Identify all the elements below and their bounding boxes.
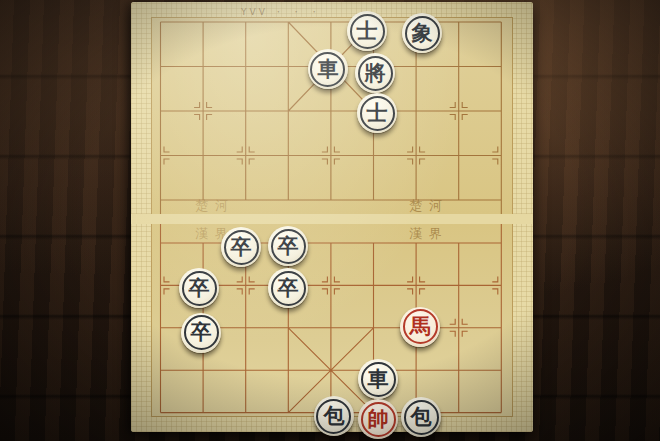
piece-black-士-f0[interactable]: 士 <box>347 11 387 51</box>
piece-black-卒-d5[interactable]: 卒 <box>268 226 308 266</box>
piece-black-士-f2[interactable]: 士 <box>357 93 397 133</box>
river-label-top-left: 楚河 <box>195 199 235 213</box>
piece-black-將-f1[interactable]: 將 <box>355 53 395 93</box>
piece-black-包-e9[interactable]: 包 <box>314 396 354 436</box>
piece-character: 士 <box>357 20 378 41</box>
piece-character: 士 <box>367 102 388 123</box>
board-fold-seam <box>131 214 533 224</box>
river-label-bottom-right: 漢界 <box>409 227 449 241</box>
piece-black-卒-b7[interactable]: 卒 <box>181 313 221 353</box>
piece-character: 馬 <box>410 315 431 336</box>
piece-character: 象 <box>412 22 433 43</box>
piece-character: 將 <box>365 62 386 83</box>
piece-black-卒-d6[interactable]: 卒 <box>268 268 308 308</box>
piece-black-象-g0[interactable]: 象 <box>402 13 442 53</box>
piece-character: 帥 <box>368 408 389 429</box>
piece-character: 卒 <box>231 236 252 257</box>
board-top-half: YVV ・ ・ ・ 楚河 楚河 <box>131 2 533 214</box>
border-ornament: YVV ・ ・ ・ <box>241 6 321 19</box>
piece-character: 車 <box>317 58 338 79</box>
piece-black-車-e1[interactable]: 車 <box>308 49 348 89</box>
piece-character: 卒 <box>278 235 299 256</box>
piece-black-包-g9[interactable]: 包 <box>401 397 441 437</box>
piece-character: 包 <box>411 406 432 427</box>
piece-character: 卒 <box>189 277 210 298</box>
piece-red-馬-g7[interactable]: 馬 <box>400 307 440 347</box>
river-label-top-right: 楚河 <box>409 199 449 213</box>
xiangqi-board[interactable]: YVV ・ ・ ・ 楚河 楚河 漢界 漢界 士象車將士卒卒卒卒卒馬車包帥包 <box>131 2 533 432</box>
piece-black-車-f8[interactable]: 車 <box>358 359 398 399</box>
piece-character: 車 <box>368 368 389 389</box>
piece-black-卒-c5[interactable]: 卒 <box>221 227 261 267</box>
photo-scene: YVV ・ ・ ・ 楚河 楚河 漢界 漢界 士象車將士卒卒卒卒卒馬車包帥包 <box>0 0 660 441</box>
piece-black-卒-b6[interactable]: 卒 <box>179 268 219 308</box>
grid-lines-top <box>131 2 533 214</box>
piece-character: 卒 <box>278 277 299 298</box>
piece-character: 卒 <box>191 321 212 342</box>
piece-character: 包 <box>323 405 344 426</box>
piece-red-帥-f9[interactable]: 帥 <box>358 399 398 439</box>
